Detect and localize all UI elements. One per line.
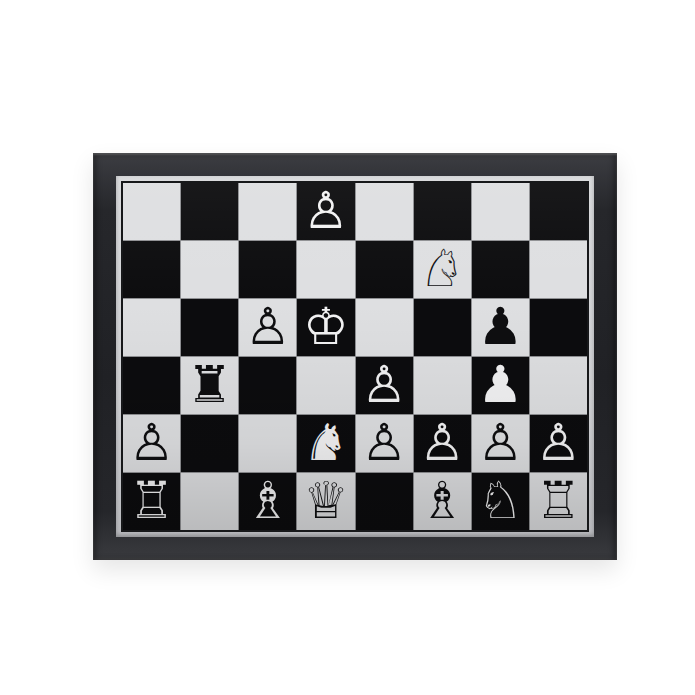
- white-bishop-piece: ♗: [419, 475, 465, 526]
- board-square-f3: [414, 357, 471, 414]
- board-square-b3: ♜: [181, 357, 238, 414]
- board-square-c5: [239, 241, 296, 298]
- chessboard-print: ♙♘♙♔♟♜♙♟♙♞♙♙♙♙♖♗♕♗♘♖: [121, 181, 589, 532]
- board-square-f5: ♘: [414, 241, 471, 298]
- board-square-f2: ♙: [414, 415, 471, 472]
- white-pawn-piece: ♙: [361, 359, 407, 410]
- white-knight-piece: ♘: [419, 243, 465, 294]
- board-square-h1: ♖: [530, 473, 587, 530]
- board-square-g5: [472, 241, 529, 298]
- board-square-e3: ♙: [356, 357, 413, 414]
- black-pawn-piece: ♟: [477, 359, 523, 410]
- board-square-g2: ♙: [472, 415, 529, 472]
- product-photo: ♙♘♙♔♟♜♙♟♙♞♙♙♙♙♖♗♕♗♘♖: [0, 0, 695, 695]
- white-pawn-piece: ♙: [129, 417, 175, 468]
- board-square-b6: [181, 183, 238, 240]
- board-square-a3: [123, 357, 180, 414]
- board-square-d6: ♙: [297, 183, 354, 240]
- board-square-h4: [530, 299, 587, 356]
- board-square-d2: ♞: [297, 415, 354, 472]
- board-square-h6: [530, 183, 587, 240]
- board-square-g6: [472, 183, 529, 240]
- white-pawn-piece: ♙: [477, 417, 523, 468]
- white-pawn-piece: ♙: [245, 301, 291, 352]
- board-square-e4: [356, 299, 413, 356]
- white-queen-piece: ♕: [303, 475, 349, 526]
- board-square-g3: ♟: [472, 357, 529, 414]
- board-square-a5: [123, 241, 180, 298]
- board-square-g4: ♟: [472, 299, 529, 356]
- board-square-d1: ♕: [297, 473, 354, 530]
- board-square-b5: [181, 241, 238, 298]
- board-square-e5: [356, 241, 413, 298]
- white-pawn-piece: ♙: [419, 417, 465, 468]
- board-square-h3: [530, 357, 587, 414]
- white-king-piece: ♔: [303, 301, 349, 352]
- board-square-b2: [181, 415, 238, 472]
- board-square-d5: [297, 241, 354, 298]
- board-square-h5: [530, 241, 587, 298]
- board-square-h2: ♙: [530, 415, 587, 472]
- board-square-f1: ♗: [414, 473, 471, 530]
- board-square-c1: ♗: [239, 473, 296, 530]
- board-square-f4: [414, 299, 471, 356]
- white-bishop-piece: ♗: [245, 475, 291, 526]
- board-square-b1: [181, 473, 238, 530]
- board-square-d3: [297, 357, 354, 414]
- black-pawn-piece: ♟: [477, 301, 523, 352]
- board-square-g1: ♘: [472, 473, 529, 530]
- board-square-a2: ♙: [123, 415, 180, 472]
- board-square-e6: [356, 183, 413, 240]
- board-square-a1: ♖: [123, 473, 180, 530]
- black-knight-piece: ♞: [303, 417, 349, 468]
- black-rook-piece: ♜: [187, 359, 233, 410]
- board-square-d4: ♔: [297, 299, 354, 356]
- frame-mat: ♙♘♙♔♟♜♙♟♙♞♙♙♙♙♖♗♕♗♘♖: [116, 176, 594, 537]
- white-pawn-piece: ♙: [536, 417, 582, 468]
- board-square-b4: [181, 299, 238, 356]
- white-rook-piece: ♖: [536, 475, 582, 526]
- white-knight-piece: ♘: [477, 475, 523, 526]
- board-square-e1: [356, 473, 413, 530]
- board-square-e2: ♙: [356, 415, 413, 472]
- board-square-a4: [123, 299, 180, 356]
- board-square-f6: [414, 183, 471, 240]
- chessboard: ♙♘♙♔♟♜♙♟♙♞♙♙♙♙♖♗♕♗♘♖: [123, 183, 587, 530]
- board-square-c6: [239, 183, 296, 240]
- white-pawn-piece: ♙: [361, 417, 407, 468]
- white-pawn-piece: ♙: [303, 185, 349, 236]
- picture-frame: ♙♘♙♔♟♜♙♟♙♞♙♙♙♙♖♗♕♗♘♖: [93, 153, 617, 560]
- board-square-a6: [123, 183, 180, 240]
- white-rook-piece: ♖: [129, 475, 175, 526]
- board-square-c3: [239, 357, 296, 414]
- board-square-c2: [239, 415, 296, 472]
- board-square-c4: ♙: [239, 299, 296, 356]
